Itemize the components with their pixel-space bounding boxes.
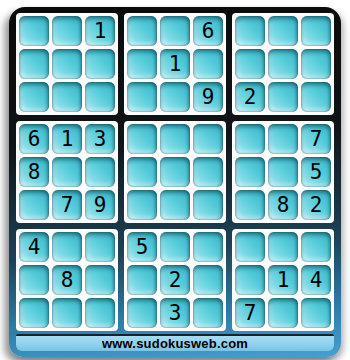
cell-r1c5[interactable]	[160, 16, 190, 46]
cell-r7c9[interactable]	[301, 232, 331, 262]
cell-r6c5[interactable]	[160, 190, 190, 220]
cell-r2c4[interactable]	[127, 49, 157, 79]
cell-r8c8[interactable]: 1	[268, 265, 298, 295]
cell-r5c4[interactable]	[127, 157, 157, 187]
cell-r9c8[interactable]	[268, 298, 298, 328]
cell-r1c8[interactable]	[268, 16, 298, 46]
cell-r3c7[interactable]: 2	[235, 82, 265, 112]
cell-r4c7[interactable]	[235, 124, 265, 154]
cell-r6c3[interactable]: 9	[85, 190, 115, 220]
sudoku-box: 147	[232, 229, 334, 331]
cell-r9c1[interactable]	[19, 298, 49, 328]
cell-r5c6[interactable]	[193, 157, 223, 187]
cell-r5c9[interactable]: 5	[301, 157, 331, 187]
sudoku-box: 2	[232, 13, 334, 115]
cell-r6c1[interactable]	[19, 190, 49, 220]
cell-r7c4[interactable]: 5	[127, 232, 157, 262]
cell-r8c9[interactable]: 4	[301, 265, 331, 295]
cell-r3c2[interactable]	[52, 82, 82, 112]
cell-r8c7[interactable]	[235, 265, 265, 295]
cell-r4c4[interactable]	[127, 124, 157, 154]
footer-bar: www.sudokusweb.com	[16, 334, 334, 351]
cell-r6c6[interactable]	[193, 190, 223, 220]
cell-r3c5[interactable]	[160, 82, 190, 112]
cell-r3c9[interactable]	[301, 82, 331, 112]
sudoku-box: 613879	[16, 121, 118, 223]
cell-r8c2[interactable]: 8	[52, 265, 82, 295]
cell-r4c3[interactable]: 3	[85, 124, 115, 154]
cell-r4c8[interactable]	[268, 124, 298, 154]
cell-r2c7[interactable]	[235, 49, 265, 79]
cell-r8c4[interactable]	[127, 265, 157, 295]
cell-r4c9[interactable]: 7	[301, 124, 331, 154]
cell-r3c4[interactable]	[127, 82, 157, 112]
cell-r5c5[interactable]	[160, 157, 190, 187]
sudoku-box: 48	[16, 229, 118, 331]
cell-r4c1[interactable]: 6	[19, 124, 49, 154]
cell-r8c3[interactable]	[85, 265, 115, 295]
sudoku-board: 1 619 2 613879 7582 48 523 147 www.sudok…	[9, 7, 341, 357]
page: { "game": "sudoku", "position": "..1..6.…	[0, 0, 350, 360]
sudoku-box	[124, 121, 226, 223]
sudoku-box: 619	[124, 13, 226, 115]
cell-r8c1[interactable]	[19, 265, 49, 295]
cell-r2c6[interactable]	[193, 49, 223, 79]
cell-r9c2[interactable]	[52, 298, 82, 328]
cell-r7c5[interactable]	[160, 232, 190, 262]
cell-r1c9[interactable]	[301, 16, 331, 46]
cell-r2c5[interactable]: 1	[160, 49, 190, 79]
cell-r1c1[interactable]	[19, 16, 49, 46]
cell-r3c6[interactable]: 9	[193, 82, 223, 112]
cell-r1c6[interactable]: 6	[193, 16, 223, 46]
cell-r7c2[interactable]	[52, 232, 82, 262]
cell-r4c6[interactable]	[193, 124, 223, 154]
sudoku-box: 1	[16, 13, 118, 115]
cell-r6c2[interactable]: 7	[52, 190, 82, 220]
cell-r7c6[interactable]	[193, 232, 223, 262]
cell-r2c1[interactable]	[19, 49, 49, 79]
website-url[interactable]: www.sudokusweb.com	[102, 336, 248, 351]
cell-r7c7[interactable]	[235, 232, 265, 262]
cell-r5c8[interactable]	[268, 157, 298, 187]
cell-r6c9[interactable]: 2	[301, 190, 331, 220]
cell-r5c1[interactable]: 8	[19, 157, 49, 187]
sudoku-box: 523	[124, 229, 226, 331]
cell-r4c5[interactable]	[160, 124, 190, 154]
cell-r9c4[interactable]	[127, 298, 157, 328]
cell-r8c5[interactable]: 2	[160, 265, 190, 295]
cell-r1c2[interactable]	[52, 16, 82, 46]
cell-r7c3[interactable]	[85, 232, 115, 262]
cell-r2c9[interactable]	[301, 49, 331, 79]
cell-r9c9[interactable]	[301, 298, 331, 328]
cell-r4c2[interactable]: 1	[52, 124, 82, 154]
cell-r3c3[interactable]	[85, 82, 115, 112]
sudoku-grid: 1 619 2 613879 7582 48 523 147	[16, 13, 334, 331]
cell-r6c4[interactable]	[127, 190, 157, 220]
cell-r8c6[interactable]	[193, 265, 223, 295]
cell-r1c3[interactable]: 1	[85, 16, 115, 46]
cell-r9c5[interactable]: 3	[160, 298, 190, 328]
cell-r5c7[interactable]	[235, 157, 265, 187]
cell-r2c2[interactable]	[52, 49, 82, 79]
cell-r9c3[interactable]	[85, 298, 115, 328]
cell-r7c8[interactable]	[268, 232, 298, 262]
cell-r9c7[interactable]: 7	[235, 298, 265, 328]
cell-r2c3[interactable]	[85, 49, 115, 79]
cell-r1c4[interactable]	[127, 16, 157, 46]
sudoku-box: 7582	[232, 121, 334, 223]
cell-r2c8[interactable]	[268, 49, 298, 79]
cell-r3c1[interactable]	[19, 82, 49, 112]
cell-r9c6[interactable]	[193, 298, 223, 328]
cell-r1c7[interactable]	[235, 16, 265, 46]
cell-r5c2[interactable]	[52, 157, 82, 187]
cell-r7c1[interactable]: 4	[19, 232, 49, 262]
cell-r5c3[interactable]	[85, 157, 115, 187]
cell-r6c7[interactable]	[235, 190, 265, 220]
cell-r6c8[interactable]: 8	[268, 190, 298, 220]
cell-r3c8[interactable]	[268, 82, 298, 112]
